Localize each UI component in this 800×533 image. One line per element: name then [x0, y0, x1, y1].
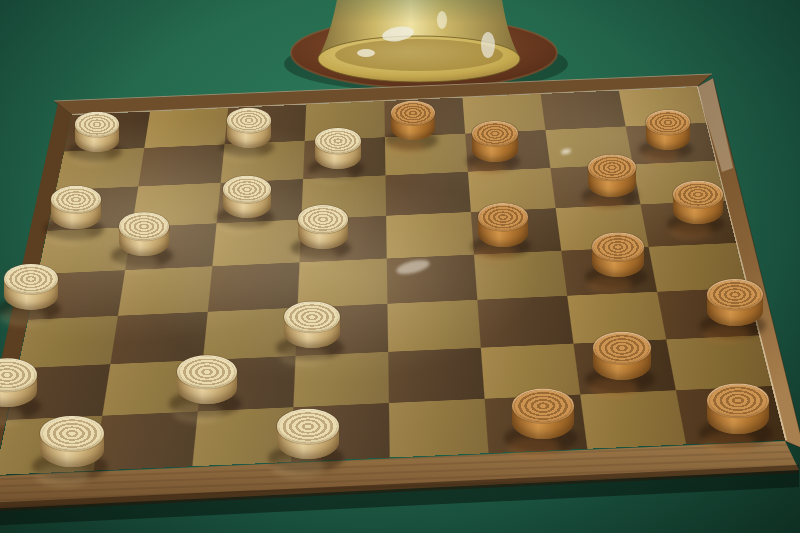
square-r4c8[interactable] — [640, 201, 735, 247]
bell-glint — [357, 49, 375, 57]
square-r7c5[interactable] — [388, 348, 484, 403]
square-r3c6[interactable] — [468, 168, 556, 212]
square-r1c2[interactable] — [144, 108, 228, 148]
square-r2c4[interactable] — [303, 137, 385, 179]
square-r3c8[interactable] — [633, 161, 725, 205]
square-r6c7[interactable] — [567, 292, 666, 344]
square-r8c4[interactable] — [291, 403, 390, 462]
square-r2c7[interactable] — [545, 126, 632, 168]
square-r8c5[interactable] — [389, 399, 489, 458]
square-r1c6[interactable] — [462, 94, 545, 134]
square-r3c3[interactable] — [217, 179, 303, 223]
square-r7c1[interactable] — [7, 364, 111, 420]
square-r5c4[interactable] — [298, 258, 388, 307]
square-r6c8[interactable] — [657, 288, 759, 340]
checkers-board — [0, 87, 785, 475]
square-r4c2[interactable] — [125, 223, 216, 270]
square-r6c3[interactable] — [203, 308, 298, 360]
square-r8c1[interactable] — [0, 416, 102, 475]
square-r1c8[interactable] — [619, 87, 706, 126]
square-r8c3[interactable] — [192, 407, 293, 466]
square-r7c2[interactable] — [102, 360, 203, 416]
square-r1c5[interactable] — [384, 98, 465, 138]
square-r5c5[interactable] — [387, 255, 478, 304]
square-r6c4[interactable] — [296, 304, 389, 356]
square-r4c4[interactable] — [300, 216, 387, 263]
square-r7c6[interactable] — [481, 344, 580, 399]
square-r7c8[interactable] — [666, 335, 771, 390]
bell-coaster-group — [284, 0, 568, 92]
square-r8c7[interactable] — [580, 390, 686, 449]
square-r6c5[interactable] — [387, 300, 480, 352]
square-r2c8[interactable] — [626, 123, 716, 165]
square-r5c3[interactable] — [208, 262, 300, 311]
square-r1c1[interactable] — [64, 112, 150, 152]
square-r5c6[interactable] — [474, 251, 567, 300]
square-r3c7[interactable] — [550, 164, 640, 208]
square-r4c3[interactable] — [212, 220, 301, 267]
square-r8c2[interactable] — [94, 411, 198, 470]
square-r2c3[interactable] — [221, 141, 305, 183]
square-r7c3[interactable] — [198, 356, 296, 412]
square-r5c1[interactable] — [28, 270, 125, 320]
square-r7c7[interactable] — [573, 339, 675, 394]
square-r4c5[interactable] — [386, 212, 474, 258]
square-r5c7[interactable] — [561, 247, 657, 296]
square-r8c8[interactable] — [676, 386, 785, 444]
photo-scene — [0, 0, 800, 533]
square-r3c2[interactable] — [132, 183, 221, 227]
square-r5c2[interactable] — [118, 266, 212, 315]
square-r2c1[interactable] — [56, 148, 144, 190]
square-r2c6[interactable] — [465, 130, 550, 172]
bell-engraving-bird-2 — [481, 32, 495, 58]
square-r6c2[interactable] — [110, 312, 207, 364]
square-r7c4[interactable] — [293, 352, 389, 407]
square-r3c4[interactable] — [301, 175, 386, 219]
square-r5c8[interactable] — [649, 243, 747, 292]
square-r6c1[interactable] — [18, 316, 118, 369]
square-r2c5[interactable] — [385, 134, 468, 176]
square-r2c2[interactable] — [138, 144, 224, 186]
square-r1c4[interactable] — [305, 101, 385, 141]
square-r1c7[interactable] — [541, 91, 626, 131]
square-r6c6[interactable] — [477, 296, 573, 348]
square-r4c1[interactable] — [38, 227, 132, 274]
square-r8c6[interactable] — [485, 394, 588, 453]
square-r3c5[interactable] — [385, 172, 470, 216]
square-r3c1[interactable] — [47, 186, 138, 230]
square-r1c3[interactable] — [225, 105, 307, 145]
square-r4c6[interactable] — [471, 208, 561, 254]
square-r4c7[interactable] — [556, 204, 649, 250]
